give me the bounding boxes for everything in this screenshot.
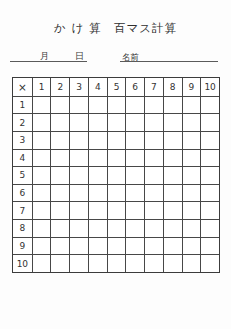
row-header-5: 5	[13, 166, 32, 184]
col-header-2: 2	[50, 78, 69, 96]
answer-cell-r10c3[interactable]	[69, 254, 88, 272]
answer-cell-r6c3[interactable]	[69, 184, 88, 202]
answer-cell-r9c6[interactable]	[125, 237, 144, 255]
answer-cell-r6c9[interactable]	[182, 184, 201, 202]
answer-cell-r1c4[interactable]	[88, 96, 107, 114]
answer-cell-r2c6[interactable]	[125, 113, 144, 131]
answer-cell-r6c2[interactable]	[50, 184, 69, 202]
col-header-10: 10	[200, 78, 219, 96]
answer-cell-r6c7[interactable]	[144, 184, 163, 202]
col-header-9: 9	[182, 78, 201, 96]
page-title: か け 算 百マス計算	[0, 21, 231, 36]
col-header-8: 8	[163, 78, 182, 96]
answer-cell-r1c2[interactable]	[50, 96, 69, 114]
answer-cell-r8c2[interactable]	[50, 219, 69, 237]
col-header-3: 3	[69, 78, 88, 96]
row-header-2: 2	[13, 113, 32, 131]
answer-cell-r1c3[interactable]	[69, 96, 88, 114]
row-header-4: 4	[13, 149, 32, 167]
answer-cell-r9c7[interactable]	[144, 237, 163, 255]
answer-cell-r8c4[interactable]	[88, 219, 107, 237]
answer-cell-r8c5[interactable]	[107, 219, 126, 237]
row-header-6: 6	[13, 184, 32, 202]
answer-cell-r7c10[interactable]	[200, 201, 219, 219]
answer-cell-r2c7[interactable]	[144, 113, 163, 131]
answer-cell-r3c2[interactable]	[50, 131, 69, 149]
answer-cell-r2c5[interactable]	[107, 113, 126, 131]
answer-cell-r10c8[interactable]	[163, 254, 182, 272]
answer-cell-r6c8[interactable]	[163, 184, 182, 202]
row-header-1: 1	[13, 96, 32, 114]
answer-cell-r5c3[interactable]	[69, 166, 88, 184]
answer-cell-r8c9[interactable]	[182, 219, 201, 237]
col-header-6: 6	[125, 78, 144, 96]
day-label: 日	[75, 51, 84, 61]
answer-cell-r8c10[interactable]	[200, 219, 219, 237]
date-underline	[10, 61, 87, 62]
name-underline	[120, 61, 218, 62]
answer-cell-r7c6[interactable]	[125, 201, 144, 219]
answer-cell-r10c10[interactable]	[200, 254, 219, 272]
answer-cell-r1c1[interactable]	[32, 96, 51, 114]
answer-cell-r2c1[interactable]	[32, 113, 51, 131]
row-header-8: 8	[13, 219, 32, 237]
answer-cell-r6c4[interactable]	[88, 184, 107, 202]
col-header-7: 7	[144, 78, 163, 96]
answer-cell-r5c7[interactable]	[144, 166, 163, 184]
answer-cell-r6c10[interactable]	[200, 184, 219, 202]
col-header-5: 5	[107, 78, 126, 96]
answer-cell-r1c7[interactable]	[144, 96, 163, 114]
answer-cell-r9c3[interactable]	[69, 237, 88, 255]
answer-cell-r5c10[interactable]	[200, 166, 219, 184]
answer-cell-r2c3[interactable]	[69, 113, 88, 131]
answer-cell-r2c9[interactable]	[182, 113, 201, 131]
answer-cell-r3c3[interactable]	[69, 131, 88, 149]
answer-cell-r4c1[interactable]	[32, 149, 51, 167]
answer-cell-r1c6[interactable]	[125, 96, 144, 114]
answer-cell-r7c7[interactable]	[144, 201, 163, 219]
answer-cell-r9c9[interactable]	[182, 237, 201, 255]
answer-cell-r9c8[interactable]	[163, 237, 182, 255]
answer-cell-r4c6[interactable]	[125, 149, 144, 167]
answer-cell-r4c5[interactable]	[107, 149, 126, 167]
answer-cell-r3c7[interactable]	[144, 131, 163, 149]
answer-cell-r8c3[interactable]	[69, 219, 88, 237]
row-header-3: 3	[13, 131, 32, 149]
answer-cell-r3c6[interactable]	[125, 131, 144, 149]
worksheet-page: か け 算 百マス計算 月 日 名前 ×12345678910123456789…	[0, 0, 231, 329]
row-header-7: 7	[13, 201, 32, 219]
answer-cell-r10c6[interactable]	[125, 254, 144, 272]
answer-cell-r4c4[interactable]	[88, 149, 107, 167]
answer-cell-r9c2[interactable]	[50, 237, 69, 255]
answer-cell-r4c10[interactable]	[200, 149, 219, 167]
grid-operator-cell: ×	[13, 78, 32, 96]
answer-cell-r4c7[interactable]	[144, 149, 163, 167]
answer-cell-r4c9[interactable]	[182, 149, 201, 167]
answer-cell-r8c8[interactable]	[163, 219, 182, 237]
answer-cell-r5c8[interactable]	[163, 166, 182, 184]
answer-cell-r8c1[interactable]	[32, 219, 51, 237]
answer-cell-r9c4[interactable]	[88, 237, 107, 255]
answer-cell-r1c10[interactable]	[200, 96, 219, 114]
answer-cell-r3c10[interactable]	[200, 131, 219, 149]
answer-cell-r8c7[interactable]	[144, 219, 163, 237]
answer-cell-r5c4[interactable]	[88, 166, 107, 184]
month-label: 月	[40, 51, 49, 61]
answer-cell-r1c5[interactable]	[107, 96, 126, 114]
answer-cell-r5c9[interactable]	[182, 166, 201, 184]
answer-cell-r2c2[interactable]	[50, 113, 69, 131]
answer-cell-r3c8[interactable]	[163, 131, 182, 149]
answer-cell-r6c1[interactable]	[32, 184, 51, 202]
answer-cell-r7c1[interactable]	[32, 201, 51, 219]
answer-cell-r10c1[interactable]	[32, 254, 51, 272]
answer-cell-r2c8[interactable]	[163, 113, 182, 131]
answer-cell-r4c2[interactable]	[50, 149, 69, 167]
answer-cell-r5c5[interactable]	[107, 166, 126, 184]
answer-cell-r10c9[interactable]	[182, 254, 201, 272]
row-header-9: 9	[13, 237, 32, 255]
answer-cell-r8c6[interactable]	[125, 219, 144, 237]
answer-cell-r4c3[interactable]	[69, 149, 88, 167]
answer-cell-r10c7[interactable]	[144, 254, 163, 272]
col-header-4: 4	[88, 78, 107, 96]
answer-cell-r7c2[interactable]	[50, 201, 69, 219]
answer-cell-r9c5[interactable]	[107, 237, 126, 255]
answer-cell-r10c5[interactable]	[107, 254, 126, 272]
answer-cell-r2c4[interactable]	[88, 113, 107, 131]
answer-cell-r7c8[interactable]	[163, 201, 182, 219]
answer-cell-r7c3[interactable]	[69, 201, 88, 219]
answer-cell-r6c6[interactable]	[125, 184, 144, 202]
answer-cell-r10c2[interactable]	[50, 254, 69, 272]
answer-cell-r3c9[interactable]	[182, 131, 201, 149]
answer-cell-r5c2[interactable]	[50, 166, 69, 184]
answer-cell-r3c5[interactable]	[107, 131, 126, 149]
answer-cell-r6c5[interactable]	[107, 184, 126, 202]
answer-cell-r7c4[interactable]	[88, 201, 107, 219]
answer-cell-r10c4[interactable]	[88, 254, 107, 272]
answer-cell-r9c1[interactable]	[32, 237, 51, 255]
answer-cell-r9c10[interactable]	[200, 237, 219, 255]
answer-cell-r1c8[interactable]	[163, 96, 182, 114]
answer-cell-r3c4[interactable]	[88, 131, 107, 149]
answer-cell-r5c6[interactable]	[125, 166, 144, 184]
answer-cell-r1c9[interactable]	[182, 96, 201, 114]
col-header-1: 1	[32, 78, 51, 96]
answer-cell-r5c1[interactable]	[32, 166, 51, 184]
multiplication-grid: ×1234567891012345678910	[12, 77, 220, 273]
answer-cell-r3c1[interactable]	[32, 131, 51, 149]
answer-cell-r7c5[interactable]	[107, 201, 126, 219]
row-header-10: 10	[13, 254, 32, 272]
answer-cell-r2c10[interactable]	[200, 113, 219, 131]
answer-cell-r4c8[interactable]	[163, 149, 182, 167]
answer-cell-r7c9[interactable]	[182, 201, 201, 219]
